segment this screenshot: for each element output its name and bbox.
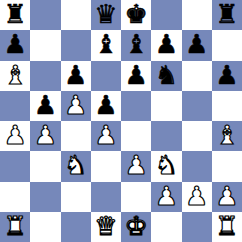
square-f6[interactable]: ♞ xyxy=(151,61,181,91)
white-rook: ♜ xyxy=(215,213,238,239)
black-pawn: ♟ xyxy=(215,62,238,88)
square-c5[interactable]: ♟ xyxy=(61,91,91,121)
black-bishop: ♝ xyxy=(124,31,147,57)
square-g6[interactable] xyxy=(182,61,212,91)
square-f5[interactable] xyxy=(151,91,181,121)
square-f1[interactable] xyxy=(151,212,181,242)
square-b4[interactable]: ♟ xyxy=(30,121,60,151)
square-g2[interactable]: ♟ xyxy=(182,182,212,212)
square-g1[interactable] xyxy=(182,212,212,242)
white-pawn: ♟ xyxy=(124,152,147,178)
square-g7[interactable]: ♟ xyxy=(182,30,212,60)
square-c4[interactable] xyxy=(61,121,91,151)
square-e2[interactable] xyxy=(121,182,151,212)
square-d2[interactable] xyxy=(91,182,121,212)
square-e5[interactable] xyxy=(121,91,151,121)
square-a8[interactable]: ♜ xyxy=(0,0,30,30)
black-bishop: ♝ xyxy=(94,31,117,57)
white-pawn: ♟ xyxy=(94,122,117,148)
square-h1[interactable]: ♜ xyxy=(212,212,242,242)
square-g3[interactable] xyxy=(182,151,212,181)
square-a2[interactable] xyxy=(0,182,30,212)
square-e8[interactable]: ♚ xyxy=(121,0,151,30)
square-f8[interactable] xyxy=(151,0,181,30)
square-b6[interactable] xyxy=(30,61,60,91)
white-pawn: ♟ xyxy=(34,122,57,148)
square-h3[interactable] xyxy=(212,151,242,181)
square-d8[interactable]: ♛ xyxy=(91,0,121,30)
white-rook: ♜ xyxy=(3,213,26,239)
black-knight: ♞ xyxy=(155,62,178,88)
square-a4[interactable]: ♟ xyxy=(0,121,30,151)
white-knight: ♞ xyxy=(64,152,87,178)
square-c7[interactable] xyxy=(61,30,91,60)
square-h2[interactable]: ♟ xyxy=(212,182,242,212)
white-pawn: ♟ xyxy=(155,183,178,209)
square-f7[interactable]: ♟ xyxy=(151,30,181,60)
black-pawn: ♟ xyxy=(34,92,57,118)
square-e1[interactable]: ♚ xyxy=(121,212,151,242)
square-e7[interactable]: ♝ xyxy=(121,30,151,60)
square-b5[interactable]: ♟ xyxy=(30,91,60,121)
white-pawn: ♟ xyxy=(3,122,26,148)
black-pawn: ♟ xyxy=(3,31,26,57)
square-b2[interactable] xyxy=(30,182,60,212)
square-b8[interactable] xyxy=(30,0,60,30)
black-pawn: ♟ xyxy=(124,62,147,88)
square-h8[interactable]: ♜ xyxy=(212,0,242,30)
square-f4[interactable] xyxy=(151,121,181,151)
white-bishop: ♝ xyxy=(3,62,26,88)
square-a7[interactable]: ♟ xyxy=(0,30,30,60)
square-d7[interactable]: ♝ xyxy=(91,30,121,60)
square-c8[interactable] xyxy=(61,0,91,30)
white-king: ♚ xyxy=(124,213,147,239)
white-bishop: ♝ xyxy=(215,122,238,148)
white-knight: ♞ xyxy=(155,152,178,178)
square-f2[interactable]: ♟ xyxy=(151,182,181,212)
square-h6[interactable]: ♟ xyxy=(212,61,242,91)
black-pawn: ♟ xyxy=(64,62,87,88)
square-e4[interactable] xyxy=(121,121,151,151)
white-queen: ♛ xyxy=(94,213,117,239)
square-c6[interactable]: ♟ xyxy=(61,61,91,91)
square-g8[interactable] xyxy=(182,0,212,30)
white-pawn: ♟ xyxy=(215,183,238,209)
square-d1[interactable]: ♛ xyxy=(91,212,121,242)
square-h5[interactable] xyxy=(212,91,242,121)
square-a5[interactable] xyxy=(0,91,30,121)
square-c3[interactable]: ♞ xyxy=(61,151,91,181)
white-pawn: ♟ xyxy=(185,183,208,209)
square-a6[interactable]: ♝ xyxy=(0,61,30,91)
black-pawn: ♟ xyxy=(185,31,208,57)
chess-board: ♜♛♚♜♟♝♝♟♟♝♟♟♞♟♟♟♟♟♟♟♝♞♟♞♟♟♟♜♛♚♜ xyxy=(0,0,242,242)
square-h7[interactable] xyxy=(212,30,242,60)
square-b1[interactable] xyxy=(30,212,60,242)
black-pawn: ♟ xyxy=(155,31,178,57)
black-pawn: ♟ xyxy=(94,92,117,118)
square-g5[interactable] xyxy=(182,91,212,121)
square-d5[interactable]: ♟ xyxy=(91,91,121,121)
square-b7[interactable] xyxy=(30,30,60,60)
square-d6[interactable] xyxy=(91,61,121,91)
black-king: ♚ xyxy=(124,1,147,27)
black-rook: ♜ xyxy=(215,1,238,27)
square-a1[interactable]: ♜ xyxy=(0,212,30,242)
square-c2[interactable] xyxy=(61,182,91,212)
square-a3[interactable] xyxy=(0,151,30,181)
square-f3[interactable]: ♞ xyxy=(151,151,181,181)
square-d3[interactable] xyxy=(91,151,121,181)
square-g4[interactable] xyxy=(182,121,212,151)
black-queen: ♛ xyxy=(94,1,117,27)
square-e3[interactable]: ♟ xyxy=(121,151,151,181)
black-rook: ♜ xyxy=(3,1,26,27)
white-pawn: ♟ xyxy=(64,92,87,118)
square-h4[interactable]: ♝ xyxy=(212,121,242,151)
square-d4[interactable]: ♟ xyxy=(91,121,121,151)
square-c1[interactable] xyxy=(61,212,91,242)
square-b3[interactable] xyxy=(30,151,60,181)
square-e6[interactable]: ♟ xyxy=(121,61,151,91)
